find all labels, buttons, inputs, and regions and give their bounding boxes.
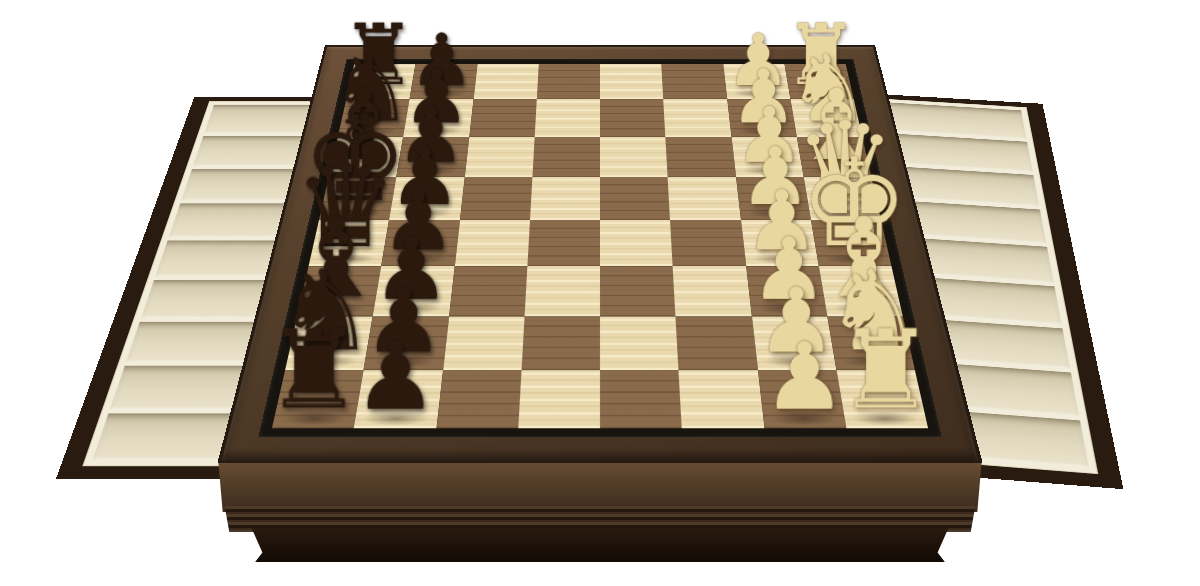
base-front-face [207,458,993,512]
square-h5[interactable] [518,370,600,428]
drawer-long-slot [892,133,1033,172]
square-f3[interactable] [673,266,751,316]
square-g4[interactable] [600,316,679,370]
square-c4[interactable] [600,137,668,177]
square-g3[interactable] [676,316,758,370]
square-f6[interactable] [449,266,527,316]
square-e3[interactable] [670,220,745,266]
square-f5[interactable] [524,266,600,316]
square-d4[interactable] [600,177,670,220]
chess-set-scene: ♜♟♟♜♞♟♟♞♝♟♟♝♚♟♟♛♛♟♟♚♝♟♟♝♞♟♟♞♜♟♟♜ [0,0,1200,586]
square-g5[interactable] [521,316,600,370]
board-trim: ♜♟♟♜♞♟♟♞♝♟♟♝♚♟♟♛♛♟♟♚♝♟♟♝♞♟♟♞♜♟♟♜ [258,59,942,437]
square-h8[interactable]: ♜ [272,370,364,428]
square-d3[interactable] [668,177,741,220]
square-a4[interactable] [600,64,663,99]
square-h2[interactable]: ♟ [757,370,846,428]
square-d6[interactable] [460,177,533,220]
square-e4[interactable] [600,220,673,266]
square-a3[interactable] [661,64,726,99]
square-c5[interactable] [532,137,600,177]
square-h3[interactable] [679,370,764,428]
square-c3[interactable] [666,137,736,177]
square-c6[interactable] [464,137,534,177]
square-f4[interactable] [600,266,676,316]
board-grid: ♜♟♟♜♞♟♟♞♝♟♟♝♚♟♟♛♛♟♟♚♝♟♟♝♞♟♟♞♜♟♟♜ [272,64,928,428]
black-rook[interactable]: ♜ [265,318,363,422]
square-e5[interactable] [527,220,600,266]
square-e6[interactable] [454,220,529,266]
square-a6[interactable] [473,64,538,99]
square-b4[interactable] [600,99,666,137]
black-pawn[interactable]: ♟ [354,333,437,421]
base-plinth [237,528,963,562]
white-pawn[interactable]: ♟ [762,333,845,421]
square-d5[interactable] [530,177,600,220]
drawer-long-slot [894,166,1039,207]
square-h1[interactable]: ♜ [836,370,928,428]
square-h7[interactable]: ♟ [354,370,443,428]
square-g6[interactable] [443,316,525,370]
white-rook[interactable]: ♜ [837,318,935,422]
square-h6[interactable] [436,370,521,428]
chess-board-frame: ♜♟♟♜♞♟♟♞♝♟♟♝♚♟♟♛♛♟♟♚♝♟♟♝♞♟♟♞♜♟♟♜ [217,45,982,463]
square-b6[interactable] [469,99,537,137]
square-h4[interactable] [600,370,682,428]
square-b5[interactable] [534,99,600,137]
square-a5[interactable] [537,64,600,99]
square-b3[interactable] [663,99,731,137]
